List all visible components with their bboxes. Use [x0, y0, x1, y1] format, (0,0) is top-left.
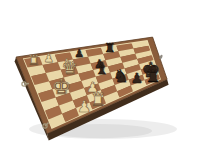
chess-board-svg: ♜♜♟♟♟♟♜♜♟♟♟♟♝♝♛♛♚♚♞♞♜♜♟♟♟♟♚♚♜♜♟♟ [0, 0, 200, 150]
piece-white-king-e2: ♚ [52, 74, 71, 99]
piece-black-knight-f6: ♞ [113, 66, 129, 86]
piece-white-pawn-h3: ♟ [77, 98, 91, 116]
piece-white-pawn-a2: ♟ [43, 51, 53, 65]
chess-set-product-photo[interactable]: ♜♜♟♟♟♟♜♜♟♟♟♟♝♝♛♛♚♚♞♞♜♜♟♟♟♟♚♚♜♜♟♟ [0, 0, 200, 150]
piece-black-pawn-g7: ♟ [131, 70, 143, 86]
piece-black-rook-h8: ♜ [145, 66, 160, 86]
piece-black-bishop-d5: ♝ [94, 59, 109, 78]
piece-black-rook-a6: ♜ [104, 41, 115, 55]
piece-white-rook-a1: ♜ [27, 52, 39, 68]
